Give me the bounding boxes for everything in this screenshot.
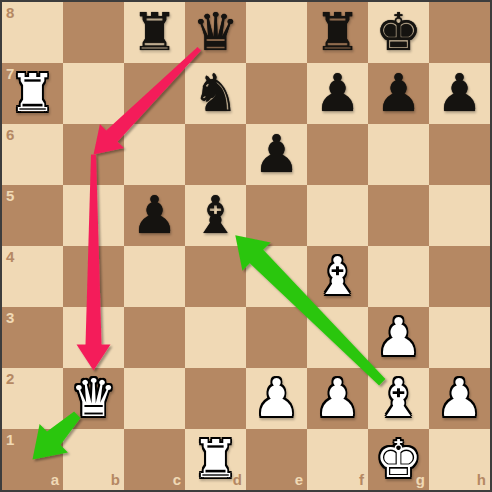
square-f6[interactable] [307,124,368,185]
square-d8[interactable]: ♛ [185,2,246,63]
piece-white-king-g1[interactable]: ♚ [368,429,429,490]
piece-black-rook-f8[interactable]: ♜ [307,2,368,63]
piece-white-bishop-g2[interactable]: ♝ [368,368,429,429]
square-f3[interactable] [307,307,368,368]
square-g2[interactable]: ♝ [368,368,429,429]
file-label-h: h [477,472,486,487]
square-h8[interactable] [429,2,490,63]
square-b6[interactable] [63,124,124,185]
square-e3[interactable] [246,307,307,368]
square-e1[interactable]: e [246,429,307,490]
square-b3[interactable] [63,307,124,368]
square-b2[interactable]: ♛ [63,368,124,429]
file-label-e: e [295,472,303,487]
file-label-f: f [359,472,364,487]
piece-black-king-g8[interactable]: ♚ [368,2,429,63]
square-c7[interactable] [124,63,185,124]
square-h2[interactable]: ♟ [429,368,490,429]
piece-black-pawn-e6[interactable]: ♟ [246,124,307,185]
square-g8[interactable]: ♚ [368,2,429,63]
square-c2[interactable] [124,368,185,429]
piece-white-rook-d1[interactable]: ♜ [185,429,246,490]
square-a2[interactable]: 2 [2,368,63,429]
square-e8[interactable] [246,2,307,63]
piece-black-queen-d8[interactable]: ♛ [185,2,246,63]
rank-label-4: 4 [6,249,14,264]
rank-label-8: 8 [6,5,14,20]
square-g3[interactable]: ♟ [368,307,429,368]
piece-white-pawn-g3[interactable]: ♟ [368,307,429,368]
piece-white-bishop-f4[interactable]: ♝ [307,246,368,307]
square-f8[interactable]: ♜ [307,2,368,63]
square-a6[interactable]: 6 [2,124,63,185]
file-label-a: a [51,472,59,487]
square-f5[interactable] [307,185,368,246]
piece-black-pawn-f7[interactable]: ♟ [307,63,368,124]
square-a4[interactable]: 4 [2,246,63,307]
piece-black-pawn-g7[interactable]: ♟ [368,63,429,124]
square-c8[interactable]: ♜ [124,2,185,63]
square-d1[interactable]: d♜ [185,429,246,490]
piece-black-knight-d7[interactable]: ♞ [185,63,246,124]
piece-white-pawn-f2[interactable]: ♟ [307,368,368,429]
square-c4[interactable] [124,246,185,307]
file-label-c: c [173,472,181,487]
square-h3[interactable] [429,307,490,368]
piece-white-pawn-e2[interactable]: ♟ [246,368,307,429]
square-d7[interactable]: ♞ [185,63,246,124]
piece-white-rook-a7[interactable]: ♜ [2,63,63,124]
square-g7[interactable]: ♟ [368,63,429,124]
square-f2[interactable]: ♟ [307,368,368,429]
square-b8[interactable] [63,2,124,63]
square-h4[interactable] [429,246,490,307]
piece-black-pawn-h7[interactable]: ♟ [429,63,490,124]
square-e2[interactable]: ♟ [246,368,307,429]
rank-label-3: 3 [6,310,14,325]
square-f4[interactable]: ♝ [307,246,368,307]
square-e5[interactable] [246,185,307,246]
square-b7[interactable] [63,63,124,124]
board-squares: 8♜♛♜♚7♜♞♟♟♟6♟5♟♝4♝3♟2♛♟♟♝♟1abcd♜efg♚h [2,2,490,490]
square-h7[interactable]: ♟ [429,63,490,124]
square-g6[interactable] [368,124,429,185]
square-h1[interactable]: h [429,429,490,490]
square-g1[interactable]: g♚ [368,429,429,490]
square-g5[interactable] [368,185,429,246]
square-e7[interactable] [246,63,307,124]
piece-black-rook-c8[interactable]: ♜ [124,2,185,63]
rank-label-1: 1 [6,432,14,447]
square-b1[interactable]: b [63,429,124,490]
rank-label-6: 6 [6,127,14,142]
square-b5[interactable] [63,185,124,246]
square-a3[interactable]: 3 [2,307,63,368]
piece-white-queen-b2[interactable]: ♛ [63,368,124,429]
square-f1[interactable]: f [307,429,368,490]
square-h5[interactable] [429,185,490,246]
square-e6[interactable]: ♟ [246,124,307,185]
file-label-b: b [111,472,120,487]
square-c1[interactable]: c [124,429,185,490]
square-g4[interactable] [368,246,429,307]
square-d3[interactable] [185,307,246,368]
square-f7[interactable]: ♟ [307,63,368,124]
square-d5[interactable]: ♝ [185,185,246,246]
piece-black-bishop-d5[interactable]: ♝ [185,185,246,246]
square-c6[interactable] [124,124,185,185]
rank-label-2: 2 [6,371,14,386]
square-d4[interactable] [185,246,246,307]
square-a8[interactable]: 8 [2,2,63,63]
square-d2[interactable] [185,368,246,429]
square-c5[interactable]: ♟ [124,185,185,246]
square-d6[interactable] [185,124,246,185]
square-a1[interactable]: 1a [2,429,63,490]
square-c3[interactable] [124,307,185,368]
square-b4[interactable] [63,246,124,307]
square-a5[interactable]: 5 [2,185,63,246]
piece-white-pawn-h2[interactable]: ♟ [429,368,490,429]
square-h6[interactable] [429,124,490,185]
piece-black-pawn-c5[interactable]: ♟ [124,185,185,246]
rank-label-5: 5 [6,188,14,203]
square-a7[interactable]: 7♜ [2,63,63,124]
chess-board: 8♜♛♜♚7♜♞♟♟♟6♟5♟♝4♝3♟2♛♟♟♝♟1abcd♜efg♚h [0,0,492,492]
square-e4[interactable] [246,246,307,307]
